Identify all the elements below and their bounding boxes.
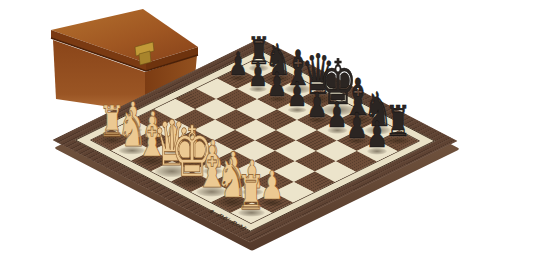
board-border bbox=[75, 49, 436, 231]
box-clasp-icon bbox=[135, 42, 154, 65]
product-photo-scene: ♞ DU ROI ♜♞♝♛♚♝♞♜♟♟♟♟♟♟♟♟♟♟♟♟♟♟♟♟♜♞♝♛♚♝♞… bbox=[0, 0, 533, 268]
board-grid bbox=[90, 57, 420, 224]
box-lid bbox=[51, 9, 198, 71]
chess-board: ♞ DU ROI bbox=[52, 38, 458, 243]
